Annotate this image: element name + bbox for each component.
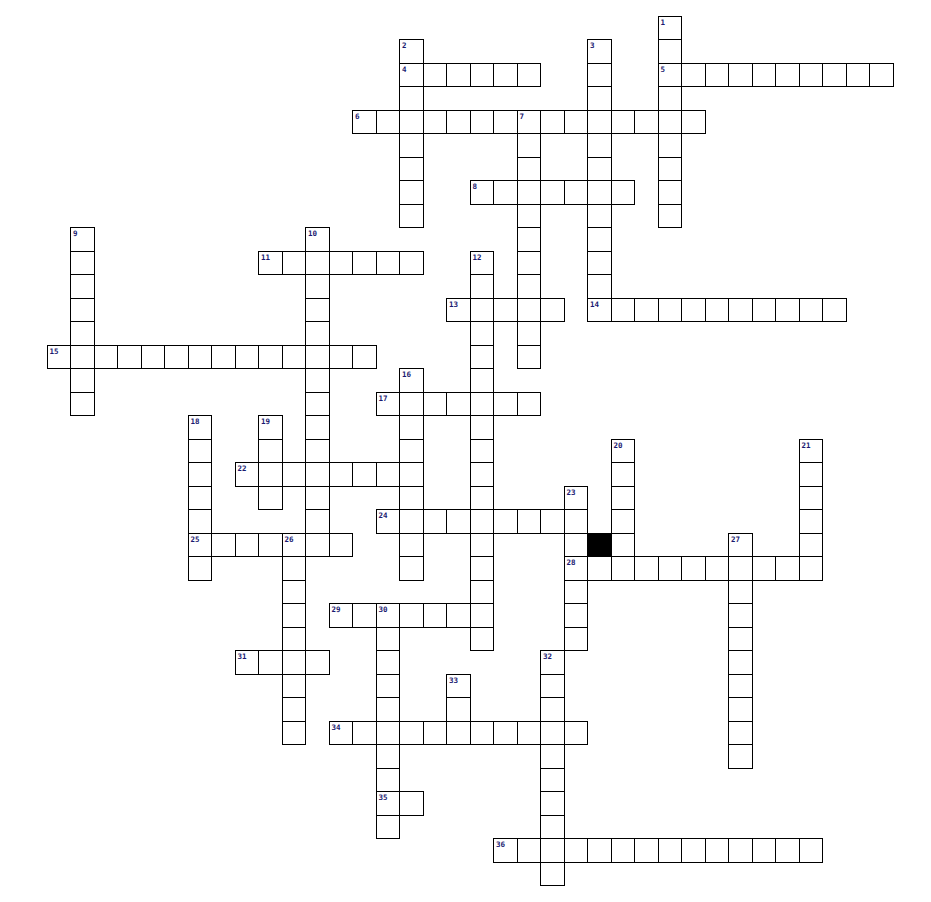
grid-cell[interactable] [376,721,401,746]
grid-cell[interactable] [305,345,330,370]
grid-cell[interactable] [728,838,753,863]
grid-cell[interactable] [775,556,800,581]
grid-cell[interactable] [305,392,330,417]
grid-cell[interactable] [446,721,471,746]
grid-cell[interactable] [282,674,307,699]
grid-cell[interactable] [282,650,307,675]
grid-cell[interactable] [493,298,518,323]
grid-cell[interactable] [658,133,683,158]
grid-cell[interactable] [799,509,824,534]
grid-cell[interactable] [258,415,283,440]
grid-cell[interactable] [587,86,612,111]
grid-cell[interactable] [258,345,283,370]
grid-cell[interactable] [587,63,612,88]
grid-cell[interactable] [470,603,495,628]
grid-cell[interactable] [70,392,95,417]
grid-cell[interactable] [399,533,424,558]
grid-cell[interactable] [470,533,495,558]
grid-cell[interactable] [752,838,777,863]
grid-cell[interactable] [658,838,683,863]
grid-cell[interactable] [329,251,354,276]
grid-cell[interactable] [775,298,800,323]
grid-cell[interactable] [611,509,636,534]
grid-cell[interactable] [211,533,236,558]
grid-cell[interactable] [658,157,683,182]
grid-cell[interactable] [352,603,377,628]
crossword-board: 1234567891011121314151617181920212223242… [0,0,931,902]
grid-cell[interactable] [564,486,589,511]
grid-cell[interactable] [282,627,307,652]
grid-cell[interactable] [305,509,330,534]
grid-cell[interactable] [540,838,565,863]
grid-cell[interactable] [728,533,753,558]
grid-cell[interactable] [352,251,377,276]
grid-cell[interactable] [258,650,283,675]
grid-cell[interactable] [399,415,424,440]
grid-cell[interactable] [540,791,565,816]
grid-cell[interactable] [376,251,401,276]
grid-cell[interactable] [517,298,542,323]
grid-cell[interactable] [728,627,753,652]
grid-cell[interactable] [282,251,307,276]
grid-cell[interactable] [470,415,495,440]
grid-cell[interactable] [752,63,777,88]
grid-cell[interactable] [587,298,612,323]
grid-cell[interactable] [329,462,354,487]
grid-cell[interactable] [329,721,354,746]
grid-cell[interactable] [376,791,401,816]
grid-cell[interactable] [517,721,542,746]
grid-cell[interactable] [517,392,542,417]
grid-cell[interactable] [634,556,659,581]
grid-cell[interactable] [728,721,753,746]
grid-cell[interactable] [540,650,565,675]
grid-cell[interactable] [611,298,636,323]
grid-cell[interactable] [540,721,565,746]
grid-cell[interactable] [493,509,518,534]
grid-cell[interactable] [188,533,213,558]
grid-cell[interactable] [799,462,824,487]
grid-cell[interactable] [587,227,612,252]
grid-cell[interactable] [517,227,542,252]
grid-cell[interactable] [423,603,448,628]
grid-cell[interactable] [517,180,542,205]
grid-cell[interactable] [70,321,95,346]
grid-cell[interactable] [611,439,636,464]
grid-cell[interactable] [587,110,612,135]
grid-cell[interactable] [164,345,189,370]
grid-cell[interactable] [681,556,706,581]
grid-cell[interactable] [540,744,565,769]
grid-cell[interactable] [728,556,753,581]
grid-cell[interactable] [799,533,824,558]
grid-cell[interactable] [564,603,589,628]
grid-cell[interactable] [235,462,260,487]
grid-cell[interactable] [540,862,565,887]
grid-cell[interactable] [705,63,730,88]
grid-cell[interactable] [493,392,518,417]
grid-cell[interactable] [658,63,683,88]
grid-cell[interactable] [681,63,706,88]
grid-cell[interactable] [775,63,800,88]
grid-cell[interactable] [681,298,706,323]
grid-cell[interactable] [70,368,95,393]
grid-cell[interactable] [305,274,330,299]
grid-cell[interactable] [399,133,424,158]
grid-cell[interactable] [423,63,448,88]
grid-cell[interactable] [517,345,542,370]
grid-cell[interactable] [658,298,683,323]
grid-cell[interactable] [258,486,283,511]
grid-cell[interactable] [188,556,213,581]
grid-cell[interactable] [540,697,565,722]
grid-cell[interactable] [681,838,706,863]
grid-cell[interactable] [399,157,424,182]
grid-cell[interactable] [305,486,330,511]
grid-cell[interactable] [470,392,495,417]
grid-cell[interactable] [658,180,683,205]
grid-cell[interactable] [493,180,518,205]
grid-cell[interactable] [376,392,401,417]
grid-cell[interactable] [540,674,565,699]
grid-cell[interactable] [728,603,753,628]
grid-cell[interactable] [564,627,589,652]
grid-cell[interactable] [399,204,424,229]
grid-cell[interactable] [587,39,612,64]
grid-cell[interactable] [141,345,166,370]
grid-cell[interactable] [564,580,589,605]
grid-cell[interactable] [611,486,636,511]
grid-cell[interactable] [282,533,307,558]
grid-cell[interactable] [470,321,495,346]
grid-cell[interactable] [423,110,448,135]
grid-cell[interactable] [446,63,471,88]
grid-cell[interactable] [258,439,283,464]
grid-cell[interactable] [634,110,659,135]
grid-cell[interactable] [376,603,401,628]
grid-cell[interactable] [822,63,847,88]
grid-cell[interactable] [399,86,424,111]
grid-cell[interactable] [470,368,495,393]
grid-cell[interactable] [376,697,401,722]
grid-cell[interactable] [470,556,495,581]
grid-cell[interactable] [446,392,471,417]
grid-cell[interactable] [329,345,354,370]
grid-cell[interactable] [517,110,542,135]
grid-cell[interactable] [517,509,542,534]
grid-cell[interactable] [188,345,213,370]
grid-cell[interactable] [587,157,612,182]
grid-cell[interactable] [728,674,753,699]
grid-cell[interactable] [493,838,518,863]
grid-cell[interactable] [258,462,283,487]
grid-cell[interactable] [258,533,283,558]
grid-cell[interactable] [47,345,72,370]
grid-cell[interactable] [235,533,260,558]
grid-cell[interactable] [258,251,283,276]
grid-cell[interactable] [117,345,142,370]
grid-cell[interactable] [305,227,330,252]
grid-cell[interactable] [517,157,542,182]
grid-cell[interactable] [705,298,730,323]
grid-cell[interactable] [446,697,471,722]
grid-cell[interactable] [70,251,95,276]
grid-cell[interactable] [775,838,800,863]
grid-cell[interactable] [470,462,495,487]
grid-cell[interactable] [634,298,659,323]
grid-cell[interactable] [517,63,542,88]
grid-cell[interactable] [235,650,260,675]
grid-cell[interactable] [517,251,542,276]
grid-cell[interactable] [611,838,636,863]
grid-cell[interactable] [728,650,753,675]
grid-cell[interactable] [822,298,847,323]
grid-cell[interactable] [399,392,424,417]
grid-cell[interactable] [399,251,424,276]
grid-cell[interactable] [188,509,213,534]
grid-cell[interactable] [282,345,307,370]
grid-cell[interactable] [282,580,307,605]
grid-cell[interactable] [305,650,330,675]
grid-cell[interactable] [517,133,542,158]
grid-cell[interactable] [94,345,119,370]
grid-cell[interactable] [446,603,471,628]
grid-cell[interactable] [70,274,95,299]
grid-cell[interactable] [517,274,542,299]
grid-cell[interactable] [470,251,495,276]
grid-cell[interactable] [399,486,424,511]
grid-cell[interactable] [399,368,424,393]
grid-cell[interactable] [799,439,824,464]
grid-cell[interactable] [728,298,753,323]
grid-cell[interactable] [493,63,518,88]
grid-cell[interactable] [564,556,589,581]
grid-cell[interactable] [705,556,730,581]
grid-cell[interactable] [564,533,589,558]
grid-cell[interactable] [658,86,683,111]
grid-cell[interactable] [470,627,495,652]
grid-cell[interactable] [352,110,377,135]
grid-cell[interactable] [587,838,612,863]
grid-cell[interactable] [446,110,471,135]
grid-cell[interactable] [376,815,401,840]
grid-cell[interactable] [235,345,260,370]
grid-cell[interactable] [376,509,401,534]
grid-cell[interactable] [517,838,542,863]
grid-cell[interactable] [282,697,307,722]
grid-cell[interactable] [587,133,612,158]
grid-cell[interactable] [305,321,330,346]
grid-cell[interactable] [587,556,612,581]
grid-cell[interactable] [329,533,354,558]
grid-cell[interactable] [399,556,424,581]
grid-cell[interactable] [352,721,377,746]
grid-cell[interactable] [399,63,424,88]
grid-cell[interactable] [517,321,542,346]
grid-cell[interactable] [493,721,518,746]
grid-cell[interactable] [188,415,213,440]
grid-cell[interactable] [799,63,824,88]
grid-cell[interactable] [470,274,495,299]
grid-cell[interactable] [658,110,683,135]
grid-cell[interactable] [188,439,213,464]
grid-cell[interactable] [211,345,236,370]
grid-cell[interactable] [869,63,894,88]
grid-cell[interactable] [376,744,401,769]
grid-cell[interactable] [399,603,424,628]
grid-cell[interactable] [70,227,95,252]
grid-cell[interactable] [587,251,612,276]
grid-cell[interactable] [188,462,213,487]
grid-cell[interactable] [799,298,824,323]
grid-cell[interactable] [658,39,683,64]
grid-cell[interactable] [399,439,424,464]
grid-cell[interactable] [799,556,824,581]
grid-cell[interactable] [611,556,636,581]
grid-cell[interactable] [376,768,401,793]
grid-cell[interactable] [282,462,307,487]
grid-cell[interactable] [70,298,95,323]
grid-cell[interactable] [611,110,636,135]
grid-cell[interactable] [470,509,495,534]
grid-cell[interactable] [611,533,636,558]
grid-cell[interactable] [846,63,871,88]
grid-cell[interactable] [587,204,612,229]
grid-cell[interactable] [564,721,589,746]
grid-cell[interactable] [705,838,730,863]
grid-cell[interactable] [470,345,495,370]
grid-cell[interactable] [658,204,683,229]
grid-cell[interactable] [376,627,401,652]
grid-cell[interactable] [352,345,377,370]
grid-cell[interactable] [352,462,377,487]
grid-cell[interactable] [399,110,424,135]
grid-cell[interactable] [305,251,330,276]
grid-cell[interactable] [470,486,495,511]
grid-cell[interactable] [423,392,448,417]
grid-cell[interactable] [399,721,424,746]
grid-cell[interactable] [399,180,424,205]
grid-cell[interactable] [564,110,589,135]
grid-cell[interactable] [634,838,659,863]
grid-cell[interactable] [728,580,753,605]
grid-cell[interactable] [470,63,495,88]
grid-cell[interactable] [376,110,401,135]
grid-cell[interactable] [423,509,448,534]
grid-cell[interactable] [564,509,589,534]
grid-cell[interactable] [658,16,683,41]
grid-cell[interactable] [752,298,777,323]
grid-cell[interactable] [752,556,777,581]
grid-cell[interactable] [399,509,424,534]
grid-cell[interactable] [446,509,471,534]
grid-cell[interactable] [587,180,612,205]
grid-cell[interactable] [446,674,471,699]
grid-cell[interactable] [399,791,424,816]
grid-cell[interactable] [329,603,354,628]
grid-cell[interactable] [305,368,330,393]
grid-cell[interactable] [70,345,95,370]
grid-cell[interactable] [611,180,636,205]
grid-cell[interactable] [540,110,565,135]
grid-cell[interactable] [446,298,471,323]
grid-cell[interactable] [799,838,824,863]
grid-cell[interactable] [470,439,495,464]
grid-cell[interactable] [799,486,824,511]
grid-cell[interactable] [540,815,565,840]
grid-cell[interactable] [282,603,307,628]
grid-cell[interactable] [493,110,518,135]
grid-cell[interactable] [305,533,330,558]
grid-cell[interactable] [376,650,401,675]
grid-cell[interactable] [540,298,565,323]
grid-cell[interactable] [305,415,330,440]
grid-cell[interactable] [540,768,565,793]
grid-cell[interactable] [517,204,542,229]
grid-cell[interactable] [470,110,495,135]
grid-cell[interactable] [399,39,424,64]
grid-cell[interactable] [399,462,424,487]
grid-cell[interactable] [728,744,753,769]
grid-cell[interactable] [564,180,589,205]
grid-cell[interactable] [587,274,612,299]
blocked-cell [587,533,612,558]
grid-cell[interactable] [305,462,330,487]
grid-cell[interactable] [564,838,589,863]
grid-cell[interactable] [611,462,636,487]
grid-cell[interactable] [728,697,753,722]
grid-cell[interactable] [305,298,330,323]
grid-cell[interactable] [470,721,495,746]
grid-cell[interactable] [282,721,307,746]
grid-cell[interactable] [376,462,401,487]
grid-cell[interactable] [540,180,565,205]
grid-cell[interactable] [470,580,495,605]
grid-cell[interactable] [282,556,307,581]
grid-cell[interactable] [305,439,330,464]
grid-cell[interactable] [681,110,706,135]
grid-cell[interactable] [423,721,448,746]
grid-cell[interactable] [470,298,495,323]
grid-cell[interactable] [728,63,753,88]
grid-cell[interactable] [470,180,495,205]
grid-cell[interactable] [658,556,683,581]
grid-cell[interactable] [540,509,565,534]
grid-cell[interactable] [188,486,213,511]
grid-cell[interactable] [376,674,401,699]
